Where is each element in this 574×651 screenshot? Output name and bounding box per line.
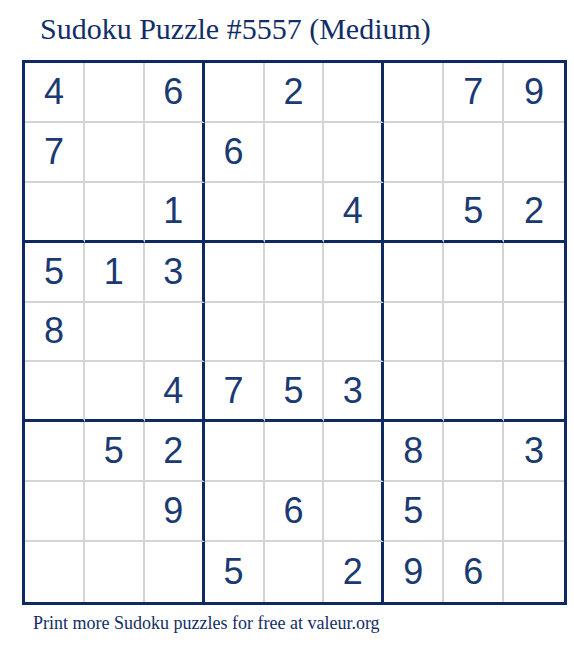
cell-r5c4 — [205, 303, 265, 363]
cell-r3c1 — [25, 183, 85, 243]
cell-r4c6 — [324, 243, 384, 303]
cell-r8c4 — [205, 482, 265, 542]
cell-r1c1: 4 — [25, 63, 85, 123]
cell-r2c4: 6 — [205, 123, 265, 183]
cell-r1c6 — [324, 63, 384, 123]
cell-r3c5 — [265, 183, 325, 243]
cell-r8c6 — [324, 482, 384, 542]
cell-r3c9: 2 — [504, 183, 564, 243]
cell-r5c5 — [265, 303, 325, 363]
cell-r3c4 — [205, 183, 265, 243]
cell-r1c5: 2 — [265, 63, 325, 123]
sudoku-page: Sudoku Puzzle #5557 (Medium) 46279761452… — [0, 0, 574, 651]
cell-r5c7 — [384, 303, 444, 363]
cell-r5c3 — [145, 303, 205, 363]
cell-r9c4: 5 — [205, 542, 265, 602]
cell-r8c3: 9 — [145, 482, 205, 542]
cell-r4c8 — [444, 243, 504, 303]
cell-r2c6 — [324, 123, 384, 183]
cell-r4c1: 5 — [25, 243, 85, 303]
cell-r6c7 — [384, 362, 444, 422]
cell-r8c9 — [504, 482, 564, 542]
cell-r1c8: 7 — [444, 63, 504, 123]
cell-r1c9: 9 — [504, 63, 564, 123]
cell-r6c5: 5 — [265, 362, 325, 422]
cell-r5c8 — [444, 303, 504, 363]
cell-r2c7 — [384, 123, 444, 183]
cell-r4c4 — [205, 243, 265, 303]
cell-r3c7 — [384, 183, 444, 243]
cell-r7c4 — [205, 422, 265, 482]
cell-r5c6 — [324, 303, 384, 363]
cell-r5c9 — [504, 303, 564, 363]
cell-r3c2 — [85, 183, 145, 243]
cell-r7c9: 3 — [504, 422, 564, 482]
cell-r7c2: 5 — [85, 422, 145, 482]
cell-r4c3: 3 — [145, 243, 205, 303]
cell-r8c7: 5 — [384, 482, 444, 542]
cell-r4c5 — [265, 243, 325, 303]
cell-r5c2 — [85, 303, 145, 363]
cell-r1c4 — [205, 63, 265, 123]
cell-r7c7: 8 — [384, 422, 444, 482]
cell-r5c1: 8 — [25, 303, 85, 363]
cell-r2c2 — [85, 123, 145, 183]
cell-r8c2 — [85, 482, 145, 542]
cell-r2c3 — [145, 123, 205, 183]
page-title: Sudoku Puzzle #5557 (Medium) — [40, 12, 431, 46]
cell-r3c8: 5 — [444, 183, 504, 243]
cell-r8c1 — [25, 482, 85, 542]
cell-r4c7 — [384, 243, 444, 303]
cell-r3c6: 4 — [324, 183, 384, 243]
cell-r2c1: 7 — [25, 123, 85, 183]
cell-r6c9 — [504, 362, 564, 422]
cell-r9c3 — [145, 542, 205, 602]
cell-r9c1 — [25, 542, 85, 602]
sudoku-board: 462797614525138475352839655296 — [22, 60, 567, 605]
cell-r9c2 — [85, 542, 145, 602]
cell-r9c9 — [504, 542, 564, 602]
cell-r9c7: 9 — [384, 542, 444, 602]
cell-r6c4: 7 — [205, 362, 265, 422]
cell-r1c2 — [85, 63, 145, 123]
cell-r1c3: 6 — [145, 63, 205, 123]
cell-r8c5: 6 — [265, 482, 325, 542]
footer-text: Print more Sudoku puzzles for free at va… — [33, 613, 380, 634]
cell-r7c5 — [265, 422, 325, 482]
cell-r6c1 — [25, 362, 85, 422]
cell-r7c1 — [25, 422, 85, 482]
cell-r9c8: 6 — [444, 542, 504, 602]
cell-r2c9 — [504, 123, 564, 183]
cell-r9c6: 2 — [324, 542, 384, 602]
cell-r2c8 — [444, 123, 504, 183]
cell-r2c5 — [265, 123, 325, 183]
cell-r7c3: 2 — [145, 422, 205, 482]
cell-r9c5 — [265, 542, 325, 602]
cell-r1c7 — [384, 63, 444, 123]
cell-r7c6 — [324, 422, 384, 482]
cell-r6c8 — [444, 362, 504, 422]
cell-r6c3: 4 — [145, 362, 205, 422]
cell-r3c3: 1 — [145, 183, 205, 243]
cell-r7c8 — [444, 422, 504, 482]
cell-r6c2 — [85, 362, 145, 422]
cell-r4c9 — [504, 243, 564, 303]
cell-r8c8 — [444, 482, 504, 542]
cell-r4c2: 1 — [85, 243, 145, 303]
cell-r6c6: 3 — [324, 362, 384, 422]
